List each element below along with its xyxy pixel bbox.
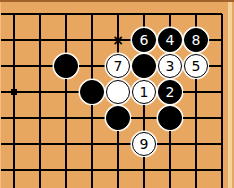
- white-stone-move-1: 1: [132, 80, 156, 104]
- black-stone: [106, 106, 130, 130]
- board-point[interactable]: [105, 105, 131, 131]
- board-point[interactable]: [1, 1, 27, 27]
- board-point[interactable]: [79, 183, 105, 188]
- white-stone-move-5: 5: [184, 54, 208, 78]
- board-point[interactable]: [131, 1, 157, 27]
- board-point[interactable]: [79, 27, 105, 53]
- board-point[interactable]: [27, 27, 53, 53]
- black-stone: [158, 106, 182, 130]
- board-point[interactable]: [53, 183, 79, 188]
- board-point[interactable]: [131, 105, 157, 131]
- board-point[interactable]: [27, 183, 53, 188]
- board-point[interactable]: [79, 105, 105, 131]
- board-point[interactable]: [1, 131, 27, 157]
- board-point[interactable]: 5: [183, 53, 209, 79]
- board-point[interactable]: [79, 1, 105, 27]
- board-point[interactable]: [105, 79, 131, 105]
- board-point[interactable]: [27, 53, 53, 79]
- board-point[interactable]: [183, 157, 209, 183]
- black-stone: [80, 80, 104, 104]
- white-stone-move-7: 7: [106, 54, 130, 78]
- board-point[interactable]: [53, 53, 79, 79]
- board-point[interactable]: [105, 131, 131, 157]
- board-left-edge: [0, 0, 1, 188]
- board-point[interactable]: [131, 53, 157, 79]
- board-point[interactable]: [79, 79, 105, 105]
- board-point[interactable]: 7: [105, 53, 131, 79]
- board-point[interactable]: [27, 79, 53, 105]
- board-right-edge: [228, 0, 232, 188]
- board-point[interactable]: 2: [157, 79, 183, 105]
- board-point[interactable]: [183, 105, 209, 131]
- board-point[interactable]: 1: [131, 79, 157, 105]
- board-point[interactable]: [157, 183, 183, 188]
- board-point[interactable]: 9: [131, 131, 157, 157]
- board-point[interactable]: [157, 105, 183, 131]
- board-point[interactable]: 8: [183, 27, 209, 53]
- board-point[interactable]: [53, 157, 79, 183]
- board-point[interactable]: [27, 131, 53, 157]
- board-point[interactable]: [27, 157, 53, 183]
- board-point[interactable]: 4: [157, 27, 183, 53]
- board-point[interactable]: [157, 131, 183, 157]
- star-point-marker: [11, 89, 17, 95]
- board-point[interactable]: 3: [157, 53, 183, 79]
- board-point[interactable]: [183, 183, 209, 188]
- board-point[interactable]: [105, 157, 131, 183]
- board-point[interactable]: [183, 79, 209, 105]
- board-point[interactable]: [79, 131, 105, 157]
- board-point[interactable]: [1, 183, 27, 188]
- board-point[interactable]: [1, 157, 27, 183]
- board-point[interactable]: [183, 1, 209, 27]
- board-point[interactable]: [27, 1, 53, 27]
- black-stone-move-8: 8: [184, 28, 208, 52]
- board-point[interactable]: [53, 1, 79, 27]
- board-point[interactable]: [1, 105, 27, 131]
- black-stone: [132, 54, 156, 78]
- board-point[interactable]: [53, 131, 79, 157]
- board-point[interactable]: [1, 79, 27, 105]
- white-stone-move-3: 3: [158, 54, 182, 78]
- board-point[interactable]: [53, 79, 79, 105]
- board-point[interactable]: [157, 157, 183, 183]
- board-point[interactable]: [1, 53, 27, 79]
- board-point[interactable]: [53, 105, 79, 131]
- board-point[interactable]: [79, 157, 105, 183]
- black-stone-move-4: 4: [158, 28, 182, 52]
- board-point[interactable]: [131, 183, 157, 188]
- black-stone-move-2: 2: [158, 80, 182, 104]
- board-point[interactable]: [183, 131, 209, 157]
- board-point[interactable]: [1, 27, 27, 53]
- go-board: ×648735129: [0, 0, 234, 188]
- black-stone-move-6: 6: [132, 28, 156, 52]
- board-point[interactable]: [105, 183, 131, 188]
- x-mark: ×: [105, 27, 131, 53]
- board-point[interactable]: ×: [105, 27, 131, 53]
- board-point[interactable]: [27, 105, 53, 131]
- board-point[interactable]: [131, 157, 157, 183]
- board-point[interactable]: [157, 1, 183, 27]
- white-stone: [106, 80, 130, 104]
- board-point[interactable]: [105, 1, 131, 27]
- board-top-frame: [0, 0, 234, 2]
- board-point[interactable]: 6: [131, 27, 157, 53]
- board-point[interactable]: [53, 27, 79, 53]
- black-stone: [54, 54, 78, 78]
- white-stone-move-9: 9: [132, 132, 156, 156]
- board-point[interactable]: [79, 53, 105, 79]
- board-grid: ×648735129: [0, 1, 234, 188]
